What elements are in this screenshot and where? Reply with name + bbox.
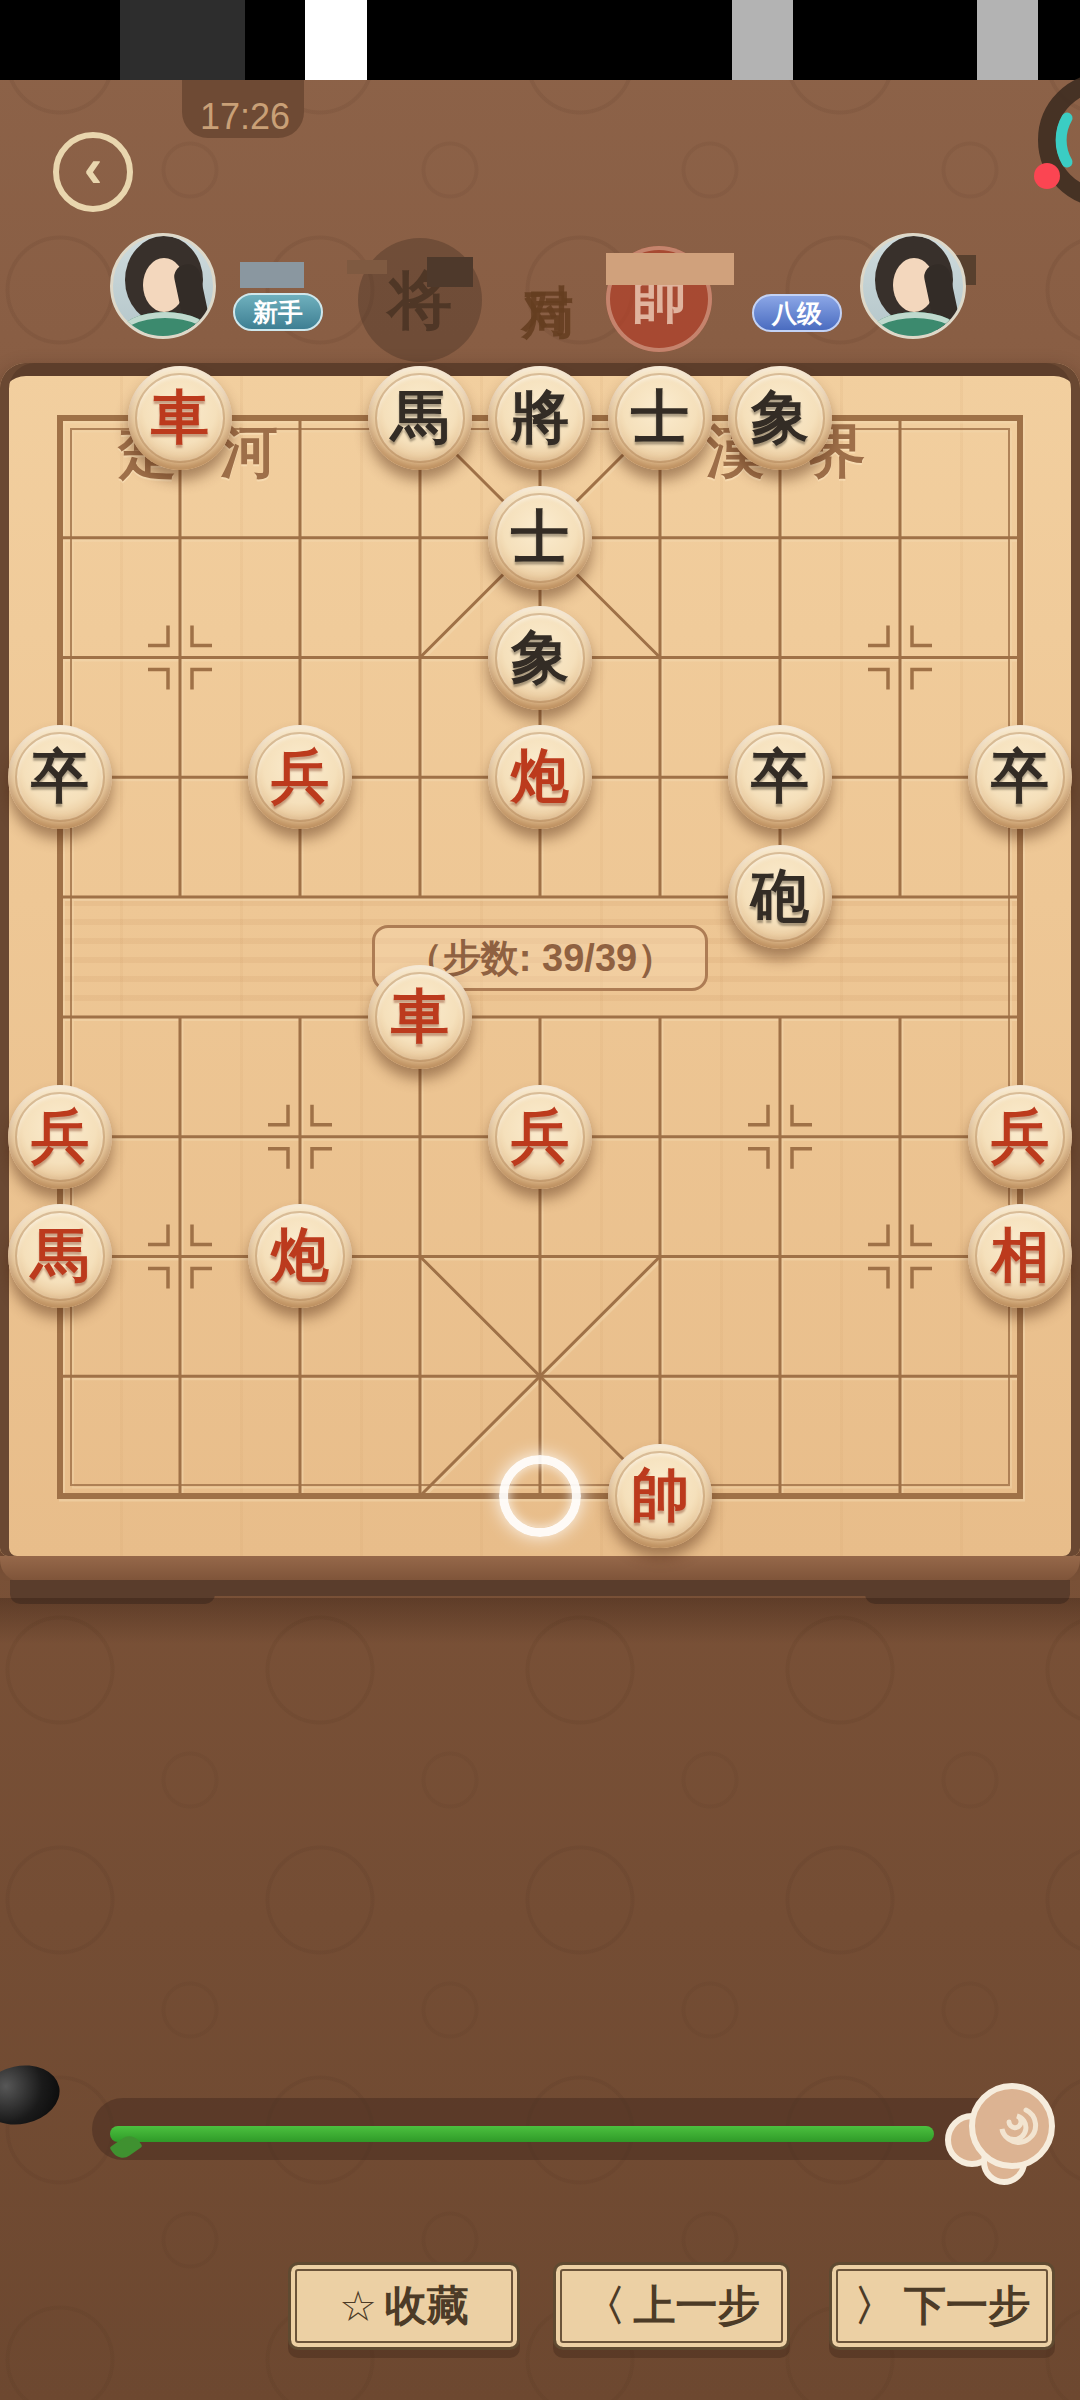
last-move-from-marker	[499, 1455, 581, 1537]
piece-glyph: 兵	[271, 748, 329, 806]
back-button[interactable]: ‹	[53, 132, 133, 212]
clock-time: 17:26	[180, 96, 310, 138]
piece-glyph: 馬	[31, 1227, 89, 1285]
piece-black-卒[interactable]: 卒	[728, 725, 832, 829]
back-chevron-icon: ‹	[84, 140, 103, 196]
piece-glyph: 砲	[751, 868, 809, 926]
board-lip	[0, 1556, 1080, 1582]
piece-glyph: 帥	[631, 1467, 689, 1525]
notification-dot	[1034, 163, 1060, 189]
piece-red-車[interactable]: 車	[128, 366, 232, 470]
board-stand	[10, 1580, 1070, 1596]
piece-glyph: 炮	[511, 748, 569, 806]
redaction-block	[240, 262, 304, 288]
status-bar	[0, 0, 1080, 80]
piece-glyph: 象	[751, 389, 809, 447]
piece-red-兵[interactable]: 兵	[248, 725, 352, 829]
piece-glyph: 將	[511, 389, 569, 447]
piece-black-砲[interactable]: 砲	[728, 845, 832, 949]
right-player-avatar[interactable]	[860, 233, 966, 339]
redaction-block	[427, 257, 473, 287]
status-icon-block	[732, 0, 793, 80]
next-step-label: 下一步	[904, 2278, 1030, 2334]
status-icon-block	[120, 0, 245, 80]
piece-black-士[interactable]: 士	[488, 486, 592, 590]
left-player-avatar[interactable]	[110, 233, 216, 339]
previous-step-button[interactable]: 〈 上一步	[553, 2262, 790, 2350]
match-title: 对局	[512, 242, 582, 258]
piece-glyph: 兵	[511, 1108, 569, 1166]
piece-red-兵[interactable]: 兵	[8, 1085, 112, 1189]
status-icon-block	[305, 0, 367, 80]
replay-progress-fill	[110, 2126, 934, 2142]
piece-glyph: 車	[151, 389, 209, 447]
ink-stone-decoration	[0, 2058, 65, 2131]
favorite-label: 收藏	[385, 2278, 469, 2334]
piece-black-將[interactable]: 將	[488, 366, 592, 470]
redaction-block	[606, 253, 734, 285]
piece-red-炮[interactable]: 炮	[488, 725, 592, 829]
piece-glyph: 馬	[391, 389, 449, 447]
left-player-rank-badge: 新手	[233, 293, 323, 331]
piece-black-馬[interactable]: 馬	[368, 366, 472, 470]
piece-glyph: 兵	[31, 1108, 89, 1166]
piece-glyph: 卒	[31, 748, 89, 806]
piece-black-卒[interactable]: 卒	[8, 725, 112, 829]
piece-red-相[interactable]: 相	[968, 1204, 1072, 1308]
chevron-left-icon: 〈	[584, 2278, 626, 2334]
piece-red-車[interactable]: 車	[368, 965, 472, 1069]
app-screen: 17:26 ‹ 将 帥 对局 新手 八级 楚河 漢界 （步数: 39/39） 車…	[0, 0, 1080, 2400]
xiangqi-board[interactable]: 楚河 漢界 （步数: 39/39） 車馬將士象士象卒兵炮卒卒砲車兵兵兵馬炮相帥	[0, 363, 1080, 1556]
piece-black-象[interactable]: 象	[728, 366, 832, 470]
cloud-slider-handle[interactable]	[940, 2070, 1075, 2190]
redaction-block	[347, 260, 387, 274]
timer-arc	[1061, 118, 1067, 162]
next-step-button[interactable]: 〉 下一步	[829, 2262, 1055, 2350]
piece-red-炮[interactable]: 炮	[248, 1204, 352, 1308]
right-player-rank-badge: 八级	[752, 294, 842, 332]
chevron-right-icon: 〉	[854, 2278, 896, 2334]
piece-glyph: 炮	[271, 1227, 329, 1285]
piece-glyph: 象	[511, 629, 569, 687]
favorite-button[interactable]: ☆ 收藏	[288, 2262, 520, 2350]
board-shadow	[0, 1598, 1080, 1644]
timer-ring-widget	[980, 60, 1080, 240]
piece-glyph: 相	[991, 1227, 1049, 1285]
piece-glyph: 兵	[991, 1108, 1049, 1166]
piece-red-兵[interactable]: 兵	[488, 1085, 592, 1189]
star-icon: ☆	[339, 2282, 377, 2331]
piece-glyph: 士	[511, 509, 569, 567]
piece-black-士[interactable]: 士	[608, 366, 712, 470]
piece-black-象[interactable]: 象	[488, 606, 592, 710]
piece-glyph: 士	[631, 389, 689, 447]
previous-step-label: 上一步	[634, 2278, 760, 2334]
piece-red-帥[interactable]: 帥	[608, 1444, 712, 1548]
piece-glyph: 車	[391, 988, 449, 1046]
piece-glyph: 卒	[751, 748, 809, 806]
piece-red-馬[interactable]: 馬	[8, 1204, 112, 1308]
piece-glyph: 卒	[991, 748, 1049, 806]
piece-red-兵[interactable]: 兵	[968, 1085, 1072, 1189]
piece-black-卒[interactable]: 卒	[968, 725, 1072, 829]
